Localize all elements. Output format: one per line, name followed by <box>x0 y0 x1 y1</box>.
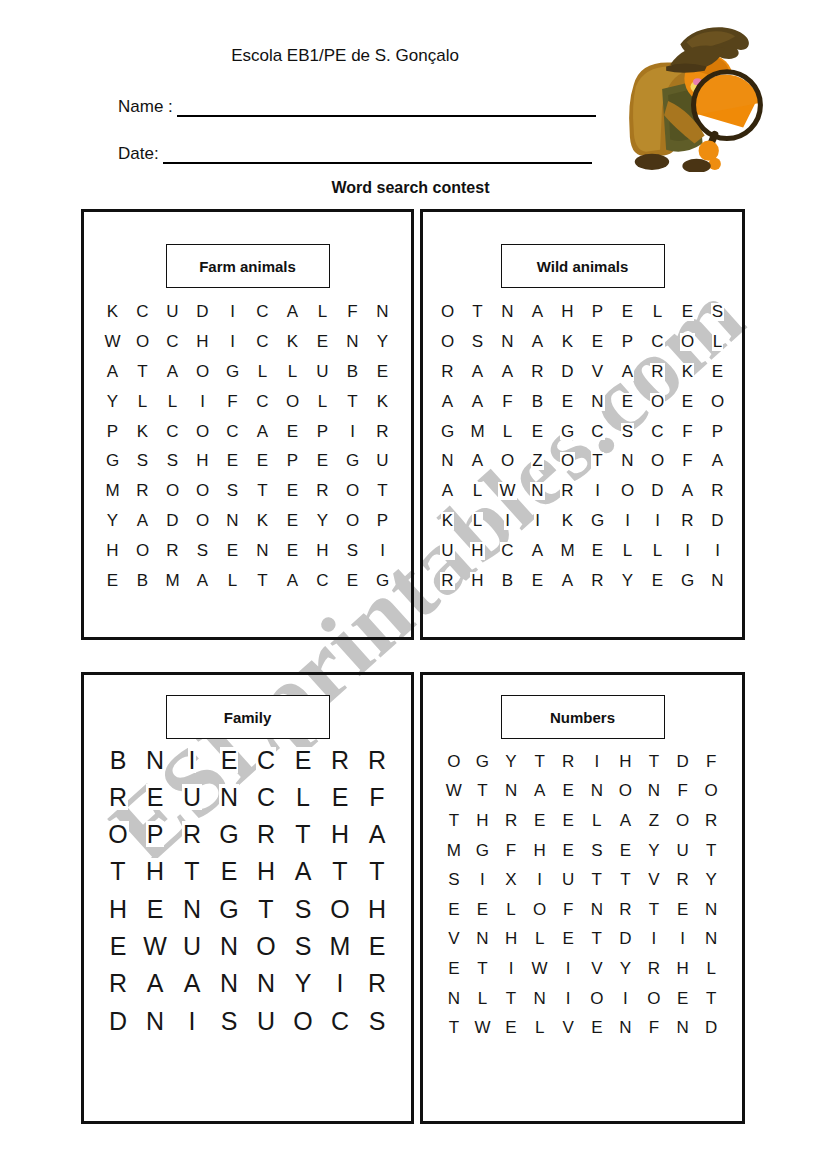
grid-cell[interactable]: O <box>525 895 554 925</box>
grid-cell[interactable]: W <box>525 954 554 984</box>
grid-cell[interactable]: H <box>525 836 554 866</box>
grid-cell[interactable]: A <box>613 357 643 387</box>
grid-cell[interactable]: E <box>278 536 308 566</box>
grid-cell[interactable]: Y <box>98 506 128 536</box>
grid-cell[interactable]: H <box>668 954 697 984</box>
grid-cell[interactable]: H <box>98 536 128 566</box>
grid-cell[interactable]: A <box>98 357 128 387</box>
grid-cell[interactable]: P <box>583 297 613 327</box>
grid-cell[interactable]: G <box>338 446 368 476</box>
grid-cell[interactable]: A <box>611 806 640 836</box>
grid-cell[interactable]: M <box>322 927 359 964</box>
grid-cell[interactable]: E <box>211 853 248 890</box>
grid-cell[interactable]: I <box>643 506 673 536</box>
grid-cell[interactable]: D <box>643 476 673 506</box>
grid-cell[interactable]: E <box>440 895 469 925</box>
grid-cell[interactable]: S <box>188 536 218 566</box>
grid-cell[interactable]: R <box>673 506 703 536</box>
grid-cell[interactable]: M <box>440 836 469 866</box>
grid-cell[interactable]: L <box>493 417 523 447</box>
grid-cell[interactable]: Y <box>497 747 526 777</box>
grid-cell[interactable]: S <box>218 476 248 506</box>
grid-cell[interactable]: A <box>553 566 583 596</box>
grid-cell[interactable]: E <box>523 566 553 596</box>
grid-cell[interactable]: K <box>278 327 308 357</box>
grid-cell[interactable]: P <box>368 506 398 536</box>
grid-cell[interactable]: O <box>278 387 308 417</box>
grid-cell[interactable]: N <box>368 297 398 327</box>
grid-cell[interactable]: I <box>218 297 248 327</box>
grid-cell[interactable]: K <box>553 327 583 357</box>
grid-cell[interactable]: E <box>308 446 338 476</box>
grid-cell[interactable]: I <box>554 954 583 984</box>
grid-cell[interactable]: L <box>583 806 612 836</box>
grid-cell[interactable]: T <box>248 566 278 596</box>
grid-cell[interactable]: S <box>463 327 493 357</box>
grid-cell[interactable]: N <box>493 327 523 357</box>
grid-cell[interactable]: I <box>218 327 248 357</box>
grid-cell[interactable]: H <box>553 297 583 327</box>
grid-cell[interactable]: R <box>433 566 463 596</box>
grid-cell[interactable]: O <box>493 446 523 476</box>
grid-cell[interactable]: C <box>218 417 248 447</box>
grid-cell[interactable]: N <box>525 984 554 1014</box>
grid-cell[interactable]: E <box>278 476 308 506</box>
grid-cell[interactable]: S <box>158 446 188 476</box>
grid-cell[interactable]: T <box>640 895 669 925</box>
grid-cell[interactable]: N <box>583 777 612 807</box>
grid-cell[interactable]: M <box>553 536 583 566</box>
name-line[interactable] <box>177 95 596 117</box>
grid-cell[interactable]: T <box>525 747 554 777</box>
grid-cell[interactable]: A <box>359 816 396 853</box>
grid-cell[interactable]: R <box>640 954 669 984</box>
grid-cell[interactable]: N <box>211 965 248 1002</box>
grid-cell[interactable]: R <box>433 357 463 387</box>
grid-cell[interactable]: P <box>703 417 733 447</box>
grid-cell[interactable]: I <box>174 741 211 778</box>
grid-cell[interactable]: W <box>493 476 523 506</box>
grid-cell[interactable]: T <box>640 747 669 777</box>
grid-cell[interactable]: N <box>468 925 497 955</box>
grid-cell[interactable]: O <box>640 984 669 1014</box>
grid-cell[interactable]: S <box>128 446 158 476</box>
grid-cell[interactable]: E <box>98 566 128 596</box>
grid-cell[interactable]: C <box>248 741 285 778</box>
grid-cell[interactable]: X <box>497 865 526 895</box>
grid-cell[interactable]: D <box>553 357 583 387</box>
grid-cell[interactable]: E <box>248 446 278 476</box>
grid-cell[interactable]: E <box>523 417 553 447</box>
grid-cell[interactable]: B <box>128 566 158 596</box>
grid-cell[interactable]: L <box>643 297 673 327</box>
grid-cell[interactable]: H <box>308 536 338 566</box>
grid-cell[interactable]: I <box>611 984 640 1014</box>
grid-cell[interactable]: I <box>468 865 497 895</box>
grid-cell[interactable]: F <box>359 778 396 815</box>
grid-cell[interactable]: P <box>613 327 643 357</box>
grid-cell[interactable]: F <box>338 297 368 327</box>
grid-cell[interactable]: T <box>248 476 278 506</box>
grid-cell[interactable]: N <box>497 777 526 807</box>
grid-cell[interactable]: L <box>158 387 188 417</box>
grid-cell[interactable]: R <box>583 566 613 596</box>
grid-cell[interactable]: N <box>248 965 285 1002</box>
grid-cell[interactable]: A <box>174 965 211 1002</box>
grid-cell[interactable]: N <box>668 1013 697 1043</box>
grid-cell[interactable]: D <box>158 506 188 536</box>
grid-cell[interactable]: R <box>497 806 526 836</box>
grid-cell[interactable]: O <box>668 806 697 836</box>
grid-cell[interactable]: O <box>188 476 218 506</box>
grid-cell[interactable]: N <box>137 1002 174 1039</box>
grid-cell[interactable]: R <box>668 865 697 895</box>
grid-cell[interactable]: O <box>583 984 612 1014</box>
grid-cell[interactable]: O <box>697 777 726 807</box>
grid-cell[interactable]: I <box>174 1002 211 1039</box>
grid-cell[interactable]: A <box>523 327 553 357</box>
grid-cell[interactable]: O <box>100 816 137 853</box>
grid-cell[interactable]: R <box>248 816 285 853</box>
grid-cell[interactable]: E <box>673 297 703 327</box>
grid-cell[interactable]: O <box>613 476 643 506</box>
grid-cell[interactable]: O <box>673 327 703 357</box>
grid-cell[interactable]: K <box>248 506 278 536</box>
grid-cell[interactable]: I <box>583 476 613 506</box>
grid-cell[interactable]: L <box>703 327 733 357</box>
grid-cell[interactable]: A <box>463 387 493 417</box>
date-line[interactable] <box>163 142 592 164</box>
grid-cell[interactable]: E <box>554 806 583 836</box>
grid-cell[interactable]: N <box>523 476 553 506</box>
grid-cell[interactable]: F <box>497 836 526 866</box>
grid-cell[interactable]: C <box>322 1002 359 1039</box>
grid-cell[interactable]: H <box>248 853 285 890</box>
grid-cell[interactable]: O <box>128 536 158 566</box>
grid-cell[interactable]: Y <box>697 865 726 895</box>
grid-cell[interactable]: C <box>248 387 278 417</box>
grid-cell[interactable]: V <box>640 865 669 895</box>
grid-cell[interactable]: N <box>218 506 248 536</box>
grid-cell[interactable]: I <box>673 536 703 566</box>
grid-cell[interactable]: S <box>440 865 469 895</box>
grid-cell[interactable]: N <box>640 777 669 807</box>
grid-cell[interactable]: R <box>158 536 188 566</box>
grid-cell[interactable]: E <box>611 836 640 866</box>
grid-cell[interactable]: S <box>338 536 368 566</box>
grid-cell[interactable]: E <box>308 327 338 357</box>
grid-cell[interactable]: T <box>583 446 613 476</box>
grid-cell[interactable]: L <box>218 566 248 596</box>
grid-cell[interactable]: T <box>174 853 211 890</box>
grid-cell[interactable]: A <box>248 417 278 447</box>
grid-cell[interactable]: O <box>433 297 463 327</box>
grid-cell[interactable]: S <box>359 1002 396 1039</box>
grid-cell[interactable]: L <box>497 895 526 925</box>
grid-cell[interactable]: D <box>697 1013 726 1043</box>
grid-cell[interactable]: L <box>468 984 497 1014</box>
grid-cell[interactable]: F <box>673 417 703 447</box>
grid-cell[interactable]: R <box>554 747 583 777</box>
grid-cell[interactable]: L <box>278 357 308 387</box>
grid-cell[interactable]: T <box>440 1013 469 1043</box>
grid-cell[interactable]: E <box>613 297 643 327</box>
grid-cell[interactable]: D <box>668 747 697 777</box>
grid-cell[interactable]: A <box>158 357 188 387</box>
grid-cell[interactable]: U <box>368 446 398 476</box>
grid-cell[interactable]: Y <box>640 836 669 866</box>
grid-cell[interactable]: E <box>359 927 396 964</box>
grid-cell[interactable]: K <box>433 506 463 536</box>
grid-cell[interactable]: K <box>553 506 583 536</box>
grid-cell[interactable]: B <box>493 566 523 596</box>
grid-cell[interactable]: A <box>278 566 308 596</box>
grid-cell[interactable]: N <box>583 387 613 417</box>
grid-cell[interactable]: E <box>668 895 697 925</box>
grid-cell[interactable]: A <box>188 566 218 596</box>
grid-cell[interactable]: K <box>128 417 158 447</box>
grid-cell[interactable]: E <box>703 357 733 387</box>
grid-cell[interactable]: T <box>468 954 497 984</box>
grid-cell[interactable]: G <box>368 566 398 596</box>
grid-cell[interactable]: E <box>137 890 174 927</box>
grid-cell[interactable]: I <box>493 506 523 536</box>
grid-cell[interactable]: R <box>308 476 338 506</box>
grid-cell[interactable]: I <box>368 536 398 566</box>
grid-cell[interactable]: E <box>218 446 248 476</box>
grid-cell[interactable]: A <box>673 476 703 506</box>
grid-cell[interactable]: C <box>308 566 338 596</box>
grid-cell[interactable]: I <box>668 925 697 955</box>
grid-cell[interactable]: E <box>553 387 583 417</box>
grid-cell[interactable]: C <box>583 417 613 447</box>
grid-cell[interactable]: L <box>525 925 554 955</box>
grid-cell[interactable]: S <box>583 836 612 866</box>
grid-cell[interactable]: A <box>433 476 463 506</box>
grid-cell[interactable]: A <box>523 297 553 327</box>
grid-cell[interactable]: R <box>359 741 396 778</box>
grid-cell[interactable]: E <box>440 954 469 984</box>
grid-cell[interactable]: H <box>463 536 493 566</box>
grid-cell[interactable]: E <box>583 327 613 357</box>
grid-cell[interactable]: U <box>158 297 188 327</box>
grid-cell[interactable]: E <box>668 984 697 1014</box>
grid-cell[interactable]: T <box>583 925 612 955</box>
grid-cell[interactable]: G <box>673 566 703 596</box>
grid-cell[interactable]: I <box>322 965 359 1002</box>
grid-cell[interactable]: N <box>248 536 278 566</box>
grid-cell[interactable]: F <box>493 387 523 417</box>
grid-cell[interactable]: H <box>468 806 497 836</box>
grid-cell[interactable]: H <box>463 566 493 596</box>
grid-cell[interactable]: O <box>553 446 583 476</box>
grid-cell[interactable]: Y <box>285 965 322 1002</box>
grid-cell[interactable]: E <box>554 925 583 955</box>
grid-cell[interactable]: E <box>583 536 613 566</box>
grid-cell[interactable]: H <box>188 327 218 357</box>
grid-cell[interactable]: S <box>285 927 322 964</box>
grid-cell[interactable]: C <box>128 297 158 327</box>
grid-cell[interactable]: K <box>98 297 128 327</box>
grid-cell[interactable]: Z <box>523 446 553 476</box>
grid-cell[interactable]: I <box>583 747 612 777</box>
grid-cell[interactable]: L <box>697 954 726 984</box>
grid-cell[interactable]: O <box>322 890 359 927</box>
grid-cell[interactable]: I <box>497 954 526 984</box>
grid-cell[interactable]: E <box>137 778 174 815</box>
grid-cell[interactable]: S <box>285 890 322 927</box>
grid-cell[interactable]: D <box>100 1002 137 1039</box>
grid-cell[interactable]: C <box>643 417 673 447</box>
grid-cell[interactable]: U <box>668 836 697 866</box>
grid-cell[interactable]: I <box>338 417 368 447</box>
grid-cell[interactable]: W <box>137 927 174 964</box>
grid-cell[interactable]: O <box>188 357 218 387</box>
grid-cell[interactable]: N <box>174 890 211 927</box>
grid-cell[interactable]: Y <box>368 327 398 357</box>
grid-cell[interactable]: D <box>611 925 640 955</box>
grid-cell[interactable]: H <box>359 890 396 927</box>
grid-cell[interactable]: Y <box>308 506 338 536</box>
grid-cell[interactable]: N <box>613 446 643 476</box>
grid-cell[interactable]: G <box>468 747 497 777</box>
grid-cell[interactable]: R <box>553 476 583 506</box>
grid-cell[interactable]: O <box>188 417 218 447</box>
grid-cell[interactable]: A <box>433 387 463 417</box>
grid-cell[interactable]: R <box>368 417 398 447</box>
grid-cell[interactable]: L <box>525 1013 554 1043</box>
grid-cell[interactable]: T <box>338 387 368 417</box>
grid-cell[interactable]: W <box>440 777 469 807</box>
grid-cell[interactable]: Y <box>98 387 128 417</box>
grid-cell[interactable]: E <box>218 536 248 566</box>
grid-cell[interactable]: N <box>433 446 463 476</box>
grid-cell[interactable]: L <box>463 476 493 506</box>
grid-cell[interactable]: O <box>158 476 188 506</box>
grid-cell[interactable]: Y <box>611 954 640 984</box>
grid-cell[interactable]: O <box>643 446 673 476</box>
grid-cell[interactable]: E <box>643 566 673 596</box>
grid-cell[interactable]: I <box>703 536 733 566</box>
grid-cell[interactable]: K <box>673 357 703 387</box>
grid-cell[interactable]: O <box>433 327 463 357</box>
grid-cell[interactable]: G <box>433 417 463 447</box>
grid-cell[interactable]: T <box>359 853 396 890</box>
grid-cell[interactable]: E <box>673 387 703 417</box>
grid-cell[interactable]: V <box>583 357 613 387</box>
grid-cell[interactable]: G <box>211 890 248 927</box>
grid-cell[interactable]: G <box>553 417 583 447</box>
grid-cell[interactable]: N <box>611 1013 640 1043</box>
grid-cell[interactable]: F <box>218 387 248 417</box>
grid-cell[interactable]: E <box>278 506 308 536</box>
grid-cell[interactable]: E <box>338 566 368 596</box>
grid-cell[interactable]: V <box>583 954 612 984</box>
grid-cell[interactable]: I <box>554 984 583 1014</box>
grid-cell[interactable]: I <box>188 387 218 417</box>
grid-cell[interactable]: O <box>703 387 733 417</box>
grid-cell[interactable]: T <box>128 357 158 387</box>
grid-cell[interactable]: W <box>98 327 128 357</box>
grid-cell[interactable]: P <box>98 417 128 447</box>
grid-cell[interactable]: C <box>158 417 188 447</box>
grid-cell[interactable]: O <box>128 327 158 357</box>
grid-cell[interactable]: C <box>248 297 278 327</box>
grid-cell[interactable]: L <box>128 387 158 417</box>
grid-cell[interactable]: E <box>525 806 554 836</box>
grid-cell[interactable]: E <box>278 417 308 447</box>
grid-cell[interactable]: R <box>697 806 726 836</box>
grid-cell[interactable]: H <box>611 747 640 777</box>
grid-cell[interactable]: N <box>211 778 248 815</box>
grid-cell[interactable]: H <box>100 890 137 927</box>
grid-cell[interactable]: H <box>188 446 218 476</box>
grid-cell[interactable]: C <box>158 327 188 357</box>
grid-cell[interactable]: N <box>697 895 726 925</box>
grid-cell[interactable]: A <box>493 357 523 387</box>
grid-cell[interactable]: T <box>368 476 398 506</box>
grid-cell[interactable]: R <box>611 895 640 925</box>
grid-cell[interactable]: E <box>497 1013 526 1043</box>
grid-cell[interactable]: E <box>100 927 137 964</box>
grid-cell[interactable]: W <box>468 1013 497 1043</box>
grid-cell[interactable]: G <box>468 836 497 866</box>
grid-cell[interactable]: B <box>523 387 553 417</box>
grid-cell[interactable]: E <box>285 741 322 778</box>
grid-cell[interactable]: F <box>640 1013 669 1043</box>
grid-cell[interactable]: F <box>554 895 583 925</box>
grid-cell[interactable]: L <box>463 506 493 536</box>
grid-cell[interactable]: I <box>523 506 553 536</box>
grid-cell[interactable]: T <box>583 865 612 895</box>
grid-cell[interactable]: O <box>285 1002 322 1039</box>
grid-cell[interactable]: Z <box>640 806 669 836</box>
grid-cell[interactable]: T <box>322 853 359 890</box>
grid-cell[interactable]: H <box>322 816 359 853</box>
grid-cell[interactable]: F <box>697 747 726 777</box>
grid-cell[interactable]: G <box>583 506 613 536</box>
grid-cell[interactable]: O <box>611 777 640 807</box>
grid-cell[interactable]: L <box>643 536 673 566</box>
grid-cell[interactable]: P <box>308 417 338 447</box>
grid-cell[interactable]: E <box>468 895 497 925</box>
grid-cell[interactable]: A <box>703 446 733 476</box>
grid-cell[interactable]: O <box>188 506 218 536</box>
grid-cell[interactable]: U <box>554 865 583 895</box>
grid-cell[interactable]: Y <box>613 566 643 596</box>
grid-cell[interactable]: A <box>523 536 553 566</box>
grid-cell[interactable]: D <box>188 297 218 327</box>
grid-cell[interactable]: O <box>338 476 368 506</box>
grid-cell[interactable]: N <box>703 566 733 596</box>
grid-cell[interactable]: G <box>218 357 248 387</box>
grid-cell[interactable]: V <box>440 925 469 955</box>
grid-cell[interactable]: B <box>338 357 368 387</box>
grid-cell[interactable]: E <box>583 1013 612 1043</box>
grid-cell[interactable]: T <box>611 865 640 895</box>
grid-cell[interactable]: D <box>703 506 733 536</box>
grid-cell[interactable]: O <box>643 387 673 417</box>
grid-cell[interactable]: R <box>523 357 553 387</box>
grid-cell[interactable]: O <box>248 927 285 964</box>
grid-cell[interactable]: R <box>100 965 137 1002</box>
grid-cell[interactable]: B <box>100 741 137 778</box>
grid-cell[interactable]: A <box>463 446 493 476</box>
grid-cell[interactable]: E <box>554 777 583 807</box>
grid-cell[interactable]: S <box>703 297 733 327</box>
grid-cell[interactable]: E <box>613 387 643 417</box>
grid-cell[interactable]: A <box>128 506 158 536</box>
